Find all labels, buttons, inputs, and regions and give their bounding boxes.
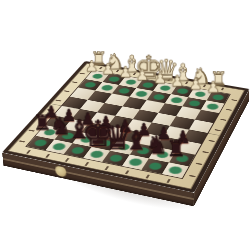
felt-base xyxy=(41,128,58,137)
felt-base xyxy=(59,131,76,140)
felt-base xyxy=(88,149,106,159)
felt-base xyxy=(107,153,125,163)
felt-base xyxy=(116,87,131,95)
felt-base xyxy=(50,142,68,151)
square xyxy=(144,122,169,136)
felt-base xyxy=(146,161,163,171)
felt-base xyxy=(193,90,208,98)
felt-base xyxy=(158,84,173,92)
felt-base xyxy=(175,87,190,95)
felt-base xyxy=(151,93,166,101)
square: ♟ xyxy=(169,151,196,166)
felt-base xyxy=(82,81,97,88)
felt-base xyxy=(78,135,95,144)
brass-clasp xyxy=(55,166,66,178)
felt-base xyxy=(210,93,225,101)
felt-base xyxy=(134,90,149,98)
felt-base xyxy=(169,96,184,104)
square: ♟ xyxy=(182,97,206,110)
felt-base xyxy=(115,142,132,151)
felt-base xyxy=(187,99,202,107)
square: ♞ xyxy=(142,158,169,174)
felt-base xyxy=(127,157,144,167)
felt-base xyxy=(174,154,191,164)
felt-base xyxy=(69,146,87,156)
felt-base xyxy=(106,75,121,82)
chess-set-photo: ♜♞♝♚♛♝♞♜♟♟♟♟♟♟♟♟♟♟♟♟♟♟♟♟♜♞♝♚♛♝♞♜ xyxy=(0,0,250,250)
felt-base xyxy=(90,73,105,80)
felt-base xyxy=(205,102,220,110)
felt-base xyxy=(167,165,184,175)
felt-base xyxy=(99,84,114,92)
felt-base xyxy=(96,138,113,147)
square: ♜ xyxy=(27,136,55,151)
felt-base xyxy=(140,81,155,88)
felt-base xyxy=(154,150,171,160)
square xyxy=(176,140,202,155)
felt-base xyxy=(134,146,151,156)
square: ♛ xyxy=(102,150,129,165)
felt-base xyxy=(32,138,50,147)
felt-base xyxy=(123,78,138,85)
